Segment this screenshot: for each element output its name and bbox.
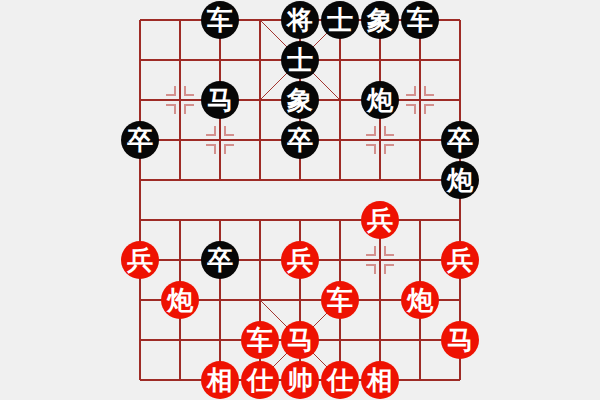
red-elephant[interactable]: 相 xyxy=(361,361,399,399)
red-cannon[interactable]: 炮 xyxy=(401,281,439,319)
xiangqi-board: 车将士象车士马象炮卒卒卒炮卒兵兵兵兵炮车炮车马马相仕帅仕相 xyxy=(0,0,600,400)
black-chariot[interactable]: 车 xyxy=(201,1,239,39)
black-elephant[interactable]: 象 xyxy=(281,81,319,119)
red-soldier[interactable]: 兵 xyxy=(361,201,399,239)
red-horse[interactable]: 马 xyxy=(441,321,479,359)
red-soldier[interactable]: 兵 xyxy=(121,241,159,279)
black-soldier[interactable]: 卒 xyxy=(121,121,159,159)
red-soldier[interactable]: 兵 xyxy=(281,241,319,279)
black-soldier[interactable]: 卒 xyxy=(441,121,479,159)
black-advisor[interactable]: 士 xyxy=(281,41,319,79)
black-elephant[interactable]: 象 xyxy=(361,1,399,39)
black-cannon[interactable]: 炮 xyxy=(361,81,399,119)
red-general[interactable]: 帅 xyxy=(281,361,319,399)
red-advisor[interactable]: 仕 xyxy=(241,361,279,399)
black-soldier[interactable]: 卒 xyxy=(201,241,239,279)
red-soldier[interactable]: 兵 xyxy=(441,241,479,279)
black-soldier[interactable]: 卒 xyxy=(281,121,319,159)
red-horse[interactable]: 马 xyxy=(281,321,319,359)
black-chariot[interactable]: 车 xyxy=(401,1,439,39)
red-advisor[interactable]: 仕 xyxy=(321,361,359,399)
black-general[interactable]: 将 xyxy=(281,1,319,39)
red-cannon[interactable]: 炮 xyxy=(161,281,199,319)
red-chariot[interactable]: 车 xyxy=(321,281,359,319)
red-chariot[interactable]: 车 xyxy=(241,321,279,359)
red-elephant[interactable]: 相 xyxy=(201,361,239,399)
black-horse[interactable]: 马 xyxy=(201,81,239,119)
black-cannon[interactable]: 炮 xyxy=(441,161,479,199)
pieces-layer: 车将士象车士马象炮卒卒卒炮卒兵兵兵兵炮车炮车马马相仕帅仕相 xyxy=(120,0,480,400)
black-advisor[interactable]: 士 xyxy=(321,1,359,39)
